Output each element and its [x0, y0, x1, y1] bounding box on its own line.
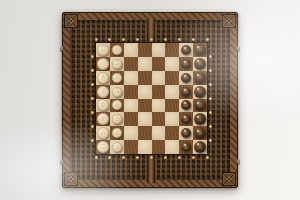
square-r3c8[interactable]: ♝: [193, 71, 207, 85]
piece-white-pawn[interactable]: ♙: [112, 128, 122, 138]
square-r7c7[interactable]: ♟: [179, 126, 193, 140]
square-r5c5[interactable]: [152, 99, 166, 113]
square-r8c8[interactable]: ♜: [193, 140, 207, 154]
brass-stud-icon: [209, 97, 212, 100]
white-pawn-glyph-icon: ♙: [114, 74, 120, 81]
black-pawn-glyph-icon: ♟: [183, 60, 189, 67]
black-rook-glyph-icon: ♜: [197, 144, 203, 151]
piece-white-pawn[interactable]: ♙: [112, 87, 122, 97]
piece-black-pawn[interactable]: ♟: [181, 100, 191, 110]
square-r8c2[interactable]: ♙: [110, 140, 124, 154]
piece-black-pawn[interactable]: ♟: [181, 128, 191, 138]
square-r5c8[interactable]: ♚: [193, 99, 207, 113]
piece-black-pawn[interactable]: ♟: [181, 87, 191, 97]
square-r8c6[interactable]: [165, 140, 179, 154]
square-r1c7[interactable]: ♟: [179, 43, 193, 57]
piece-black-pawn[interactable]: ♟: [181, 73, 191, 83]
square-r5c3[interactable]: [124, 99, 138, 113]
brass-stud-icon: [192, 156, 195, 159]
white-pawn-glyph-icon: ♙: [114, 144, 120, 151]
white-knight-glyph-icon: ♘: [100, 60, 106, 67]
brass-stud-icon: [95, 38, 98, 41]
piece-black-pawn[interactable]: ♟: [181, 59, 191, 69]
chess-board: ♖♙♟♜♘♙♟♞♗♙♟♝♕♙♟♛♔♙♟♚♗♙♟♝♘♙♟♞♖♙♟♜: [96, 43, 207, 154]
piece-black-queen[interactable]: ♛: [194, 86, 206, 98]
black-bishop-glyph-icon: ♝: [197, 116, 203, 123]
black-pawn-glyph-icon: ♟: [183, 74, 189, 81]
black-pawn-glyph-icon: ♟: [183, 130, 189, 137]
square-r4c7[interactable]: ♟: [179, 85, 193, 99]
square-r3c4[interactable]: [138, 71, 152, 85]
square-r2c3[interactable]: [124, 57, 138, 71]
square-r6c5[interactable]: [152, 112, 166, 126]
square-r7c1[interactable]: ♘: [96, 126, 110, 140]
black-king-glyph-icon: ♚: [197, 102, 203, 109]
square-r1c8[interactable]: ♜: [193, 43, 207, 57]
black-knight-glyph-icon: ♞: [197, 130, 203, 137]
brass-stud-icon: [150, 156, 153, 159]
black-rook-glyph-icon: ♜: [197, 46, 203, 53]
piece-white-pawn[interactable]: ♙: [112, 45, 122, 55]
piece-white-knight[interactable]: ♘: [97, 127, 109, 139]
piece-black-pawn[interactable]: ♟: [181, 114, 191, 124]
square-r1c2[interactable]: ♙: [110, 43, 124, 57]
square-r8c7[interactable]: ♟: [179, 140, 193, 154]
black-pawn-glyph-icon: ♟: [183, 144, 189, 151]
piece-white-pawn[interactable]: ♙: [112, 59, 122, 69]
corner-ornament-icon: [222, 172, 236, 186]
piece-white-pawn[interactable]: ♙: [112, 142, 122, 152]
square-r1c3[interactable]: [124, 43, 138, 57]
brass-stud-icon: [150, 38, 153, 41]
piece-white-rook[interactable]: ♖: [97, 44, 109, 56]
square-r2c4[interactable]: [138, 57, 152, 71]
brass-stud-icon: [164, 156, 167, 159]
square-r6c3[interactable]: [124, 112, 138, 126]
white-pawn-glyph-icon: ♙: [114, 60, 120, 67]
square-r8c4[interactable]: [138, 140, 152, 154]
square-r2c7[interactable]: ♟: [179, 57, 193, 71]
piece-black-knight[interactable]: ♞: [194, 58, 206, 70]
square-r6c8[interactable]: ♝: [193, 112, 207, 126]
square-r1c4[interactable]: [138, 43, 152, 57]
brass-stud-icon: [91, 97, 94, 100]
black-pawn-glyph-icon: ♟: [183, 116, 189, 123]
piece-white-pawn[interactable]: ♙: [112, 114, 122, 124]
piece-white-bishop[interactable]: ♗: [97, 113, 109, 125]
square-r7c6[interactable]: [165, 126, 179, 140]
brass-stud-icon: [178, 38, 181, 41]
brass-stud-icon: [192, 38, 195, 41]
black-pawn-glyph-icon: ♟: [183, 88, 189, 95]
brass-stud-icon: [206, 156, 209, 159]
piece-white-pawn[interactable]: ♙: [112, 73, 122, 83]
white-pawn-glyph-icon: ♙: [114, 102, 120, 109]
square-r6c7[interactable]: ♟: [179, 112, 193, 126]
square-r6c6[interactable]: [165, 112, 179, 126]
square-r4c6[interactable]: [165, 85, 179, 99]
hinge-pin-icon: [60, 46, 63, 51]
square-r5c6[interactable]: [165, 99, 179, 113]
square-r1c6[interactable]: [165, 43, 179, 57]
square-r7c5[interactable]: [152, 126, 166, 140]
black-bishop-glyph-icon: ♝: [197, 74, 203, 81]
square-r6c1[interactable]: ♗: [96, 112, 110, 126]
chess-box: ♖♙♟♜♘♙♟♞♗♙♟♝♕♙♟♛♔♙♟♚♗♙♟♝♘♙♟♞♖♙♟♜: [62, 12, 238, 188]
white-queen-glyph-icon: ♕: [100, 88, 106, 95]
white-pawn-glyph-icon: ♙: [114, 116, 120, 123]
piece-black-bishop[interactable]: ♝: [194, 72, 206, 84]
square-r7c3[interactable]: [124, 126, 138, 140]
brass-stud-icon: [178, 156, 181, 159]
square-r3c6[interactable]: [165, 71, 179, 85]
brass-stud-icon: [209, 125, 212, 128]
square-r3c5[interactable]: [152, 71, 166, 85]
marble-surface: ♖♙♟♜♘♙♟♞♗♙♟♝♕♙♟♛♔♙♟♚♗♙♟♝♘♙♟♞♖♙♟♜: [0, 0, 300, 200]
white-pawn-glyph-icon: ♙: [114, 130, 120, 137]
square-r8c5[interactable]: [152, 140, 166, 154]
square-r5c7[interactable]: ♟: [179, 99, 193, 113]
hinge-pin-icon: [237, 46, 240, 51]
piece-black-knight[interactable]: ♞: [194, 127, 206, 139]
square-r7c4[interactable]: [138, 126, 152, 140]
brass-stud-icon: [164, 38, 167, 41]
black-pawn-glyph-icon: ♟: [183, 46, 189, 53]
square-r4c5[interactable]: [152, 85, 166, 99]
white-rook-glyph-icon: ♖: [100, 144, 106, 151]
square-r5c1[interactable]: ♔: [96, 99, 110, 113]
piece-black-pawn[interactable]: ♟: [181, 142, 191, 152]
corner-ornament-icon: [222, 14, 236, 28]
brass-stud-icon: [95, 156, 98, 159]
white-knight-glyph-icon: ♘: [100, 130, 106, 137]
piece-white-rook[interactable]: ♖: [97, 141, 109, 153]
piece-white-pawn[interactable]: ♙: [112, 100, 122, 110]
black-knight-glyph-icon: ♞: [197, 60, 203, 67]
square-r1c5[interactable]: [152, 43, 166, 57]
piece-white-queen[interactable]: ♕: [97, 86, 109, 98]
corner-ornament-icon: [64, 172, 78, 186]
white-pawn-glyph-icon: ♙: [114, 88, 120, 95]
piece-white-king[interactable]: ♔: [97, 99, 109, 111]
square-r5c4[interactable]: [138, 99, 152, 113]
piece-black-rook[interactable]: ♜: [194, 141, 206, 153]
square-r1c1[interactable]: ♖: [96, 43, 110, 57]
square-r7c8[interactable]: ♞: [193, 126, 207, 140]
black-queen-glyph-icon: ♛: [197, 88, 203, 95]
square-r2c8[interactable]: ♞: [193, 57, 207, 71]
square-r7c2[interactable]: ♙: [110, 126, 124, 140]
square-r2c1[interactable]: ♘: [96, 57, 110, 71]
brass-stud-icon: [209, 139, 212, 142]
brass-stud-icon: [206, 38, 209, 41]
piece-black-bishop[interactable]: ♝: [194, 113, 206, 125]
square-r4c8[interactable]: ♛: [193, 85, 207, 99]
square-r4c3[interactable]: [124, 85, 138, 99]
square-r8c1[interactable]: ♖: [96, 140, 110, 154]
square-r6c4[interactable]: [138, 112, 152, 126]
white-bishop-glyph-icon: ♗: [100, 74, 106, 81]
white-pawn-glyph-icon: ♙: [114, 46, 120, 53]
white-king-glyph-icon: ♔: [100, 102, 106, 109]
square-r2c6[interactable]: [165, 57, 179, 71]
white-rook-glyph-icon: ♖: [100, 46, 106, 53]
square-r3c2[interactable]: ♙: [110, 71, 124, 85]
piece-black-pawn[interactable]: ♟: [181, 45, 191, 55]
piece-white-knight[interactable]: ♘: [97, 58, 109, 70]
brass-stud-icon: [91, 111, 94, 114]
square-r5c2[interactable]: ♙: [110, 99, 124, 113]
piece-black-king[interactable]: ♚: [194, 99, 206, 111]
square-r2c2[interactable]: ♙: [110, 57, 124, 71]
brass-stud-icon: [209, 111, 212, 114]
corner-ornament-icon: [64, 14, 78, 28]
square-r4c2[interactable]: ♙: [110, 85, 124, 99]
square-r4c4[interactable]: [138, 85, 152, 99]
hinge-pin-icon: [237, 159, 240, 164]
square-r8c3[interactable]: [124, 140, 138, 154]
square-r6c2[interactable]: ♙: [110, 112, 124, 126]
hinge-pin-icon: [60, 159, 63, 164]
brass-stud-icon: [91, 139, 94, 142]
square-r3c7[interactable]: ♟: [179, 71, 193, 85]
square-r3c1[interactable]: ♗: [96, 71, 110, 85]
piece-white-bishop[interactable]: ♗: [97, 72, 109, 84]
brass-stud-icon: [91, 125, 94, 128]
white-bishop-glyph-icon: ♗: [100, 116, 106, 123]
piece-black-rook[interactable]: ♜: [194, 44, 206, 56]
black-pawn-glyph-icon: ♟: [183, 102, 189, 109]
square-r3c3[interactable]: [124, 71, 138, 85]
square-r4c1[interactable]: ♕: [96, 85, 110, 99]
square-r2c5[interactable]: [152, 57, 166, 71]
